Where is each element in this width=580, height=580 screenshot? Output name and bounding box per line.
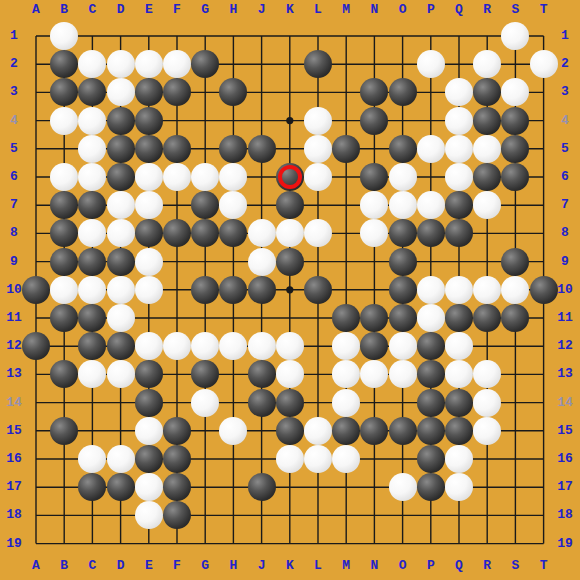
col-label-bottom-S: S [511,559,519,573]
black-stone-Q11 [445,304,473,332]
black-stone-F16 [163,445,191,473]
black-stone-D4 [107,107,135,135]
black-stone-B11 [50,304,78,332]
row-label-right-9: 9 [561,255,569,269]
white-stone-E12 [135,332,163,360]
black-stone-B7 [50,191,78,219]
black-stone-R4 [473,107,501,135]
white-stone-B6 [50,163,78,191]
white-stone-L5 [304,135,332,163]
black-stone-R6 [473,163,501,191]
white-stone-D8 [107,219,135,247]
col-label-top-C: C [88,3,96,17]
black-stone-F15 [163,417,191,445]
col-label-top-N: N [370,3,378,17]
go-board-page: AABBCCDDEEFFGGHHJJKKLLMMNNOOPPQQRRSSTT11… [0,0,580,580]
black-stone-P8 [417,219,445,247]
black-stone-B3 [50,78,78,106]
black-stone-P17 [417,473,445,501]
row-label-right-17: 17 [557,480,573,494]
row-label-left-9: 9 [10,255,18,269]
col-label-top-E: E [145,3,153,17]
white-stone-B1 [50,22,78,50]
white-stone-T2 [530,50,558,78]
col-label-bottom-R: R [483,559,491,573]
black-stone-T10 [530,276,558,304]
black-stone-D17 [107,473,135,501]
black-stone-B15 [50,417,78,445]
col-label-bottom-P: P [427,559,435,573]
white-stone-D2 [107,50,135,78]
black-stone-C7 [78,191,106,219]
white-stone-R10 [473,276,501,304]
black-stone-E13 [135,360,163,388]
col-label-bottom-G: G [201,559,209,573]
row-label-right-19: 19 [557,537,573,551]
black-stone-G10 [191,276,219,304]
last-move-marker [278,165,302,189]
white-stone-E10 [135,276,163,304]
black-stone-O15 [389,417,417,445]
white-stone-D11 [107,304,135,332]
white-stone-K8 [276,219,304,247]
white-stone-S1 [501,22,529,50]
col-label-top-J: J [258,3,266,17]
black-stone-C11 [78,304,106,332]
white-stone-C2 [78,50,106,78]
white-stone-N8 [360,219,388,247]
white-stone-J12 [248,332,276,360]
black-stone-Q7 [445,191,473,219]
white-stone-L8 [304,219,332,247]
row-label-right-6: 6 [561,170,569,184]
col-label-bottom-J: J [258,559,266,573]
black-stone-H5 [219,135,247,163]
white-stone-R5 [473,135,501,163]
black-stone-A12 [22,332,50,360]
col-label-bottom-L: L [314,559,322,573]
white-stone-Q5 [445,135,473,163]
white-stone-Q3 [445,78,473,106]
black-stone-S6 [501,163,529,191]
black-stone-J17 [248,473,276,501]
white-stone-R2 [473,50,501,78]
white-stone-H15 [219,417,247,445]
white-stone-N7 [360,191,388,219]
row-label-left-19: 19 [6,537,22,551]
white-stone-O12 [389,332,417,360]
col-label-bottom-D: D [117,559,125,573]
white-stone-Q17 [445,473,473,501]
col-label-top-B: B [60,3,68,17]
black-stone-H3 [219,78,247,106]
col-label-top-A: A [32,3,40,17]
black-stone-N6 [360,163,388,191]
black-stone-A10 [22,276,50,304]
row-label-left-14: 14 [6,396,22,410]
black-stone-P16 [417,445,445,473]
black-stone-B13 [50,360,78,388]
row-label-left-1: 1 [10,29,18,43]
white-stone-K12 [276,332,304,360]
col-label-top-T: T [540,3,548,17]
white-stone-E15 [135,417,163,445]
black-stone-J10 [248,276,276,304]
black-stone-D5 [107,135,135,163]
black-stone-G2 [191,50,219,78]
white-stone-P10 [417,276,445,304]
white-stone-E9 [135,248,163,276]
black-stone-P12 [417,332,445,360]
col-label-bottom-A: A [32,559,40,573]
white-stone-D10 [107,276,135,304]
black-stone-E14 [135,389,163,417]
row-label-left-7: 7 [10,198,18,212]
black-stone-Q15 [445,417,473,445]
white-stone-D16 [107,445,135,473]
col-label-bottom-K: K [286,559,294,573]
black-stone-C9 [78,248,106,276]
black-stone-J14 [248,389,276,417]
col-label-bottom-Q: Q [455,559,463,573]
row-label-left-8: 8 [10,226,18,240]
black-stone-P14 [417,389,445,417]
black-stone-B2 [50,50,78,78]
black-stone-N4 [360,107,388,135]
row-label-right-18: 18 [557,508,573,522]
col-label-top-H: H [229,3,237,17]
black-stone-J13 [248,360,276,388]
white-stone-O6 [389,163,417,191]
go-board[interactable] [0,0,580,580]
row-label-left-13: 13 [6,367,22,381]
col-label-top-O: O [399,3,407,17]
white-stone-H7 [219,191,247,219]
black-stone-D9 [107,248,135,276]
white-stone-L15 [304,417,332,445]
black-stone-K9 [276,248,304,276]
white-stone-E17 [135,473,163,501]
black-stone-K7 [276,191,304,219]
white-stone-O7 [389,191,417,219]
row-label-left-5: 5 [10,142,18,156]
black-stone-S5 [501,135,529,163]
black-stone-M11 [332,304,360,332]
col-label-top-K: K [286,3,294,17]
black-stone-E5 [135,135,163,163]
black-stone-O11 [389,304,417,332]
col-label-bottom-M: M [342,559,350,573]
black-stone-N3 [360,78,388,106]
white-stone-D7 [107,191,135,219]
black-stone-E4 [135,107,163,135]
white-stone-Q13 [445,360,473,388]
white-stone-O17 [389,473,417,501]
white-stone-O13 [389,360,417,388]
col-label-top-L: L [314,3,322,17]
row-label-left-6: 6 [10,170,18,184]
row-label-left-2: 2 [10,57,18,71]
white-stone-C10 [78,276,106,304]
black-stone-G8 [191,219,219,247]
white-stone-Q12 [445,332,473,360]
black-stone-Q14 [445,389,473,417]
white-stone-R15 [473,417,501,445]
black-stone-N15 [360,417,388,445]
black-stone-C3 [78,78,106,106]
black-stone-S9 [501,248,529,276]
black-stone-D6 [107,163,135,191]
white-stone-M12 [332,332,360,360]
white-stone-G12 [191,332,219,360]
black-stone-Q8 [445,219,473,247]
black-stone-F3 [163,78,191,106]
row-label-right-13: 13 [557,367,573,381]
white-stone-F6 [163,163,191,191]
black-stone-N11 [360,304,388,332]
white-stone-R13 [473,360,501,388]
black-stone-B9 [50,248,78,276]
white-stone-D3 [107,78,135,106]
black-stone-S4 [501,107,529,135]
row-label-left-12: 12 [6,339,22,353]
row-label-right-7: 7 [561,198,569,212]
col-label-bottom-N: N [370,559,378,573]
col-label-bottom-O: O [399,559,407,573]
row-label-right-15: 15 [557,424,573,438]
row-label-left-16: 16 [6,452,22,466]
white-stone-S10 [501,276,529,304]
black-stone-O3 [389,78,417,106]
black-stone-R3 [473,78,501,106]
col-label-bottom-H: H [229,559,237,573]
white-stone-D13 [107,360,135,388]
black-stone-M15 [332,417,360,445]
white-stone-Q4 [445,107,473,135]
black-stone-J5 [248,135,276,163]
white-stone-J8 [248,219,276,247]
col-label-bottom-B: B [60,559,68,573]
col-label-bottom-C: C [88,559,96,573]
row-label-left-15: 15 [6,424,22,438]
white-stone-C5 [78,135,106,163]
white-stone-G14 [191,389,219,417]
white-stone-J9 [248,248,276,276]
black-stone-F18 [163,501,191,529]
white-stone-H6 [219,163,247,191]
white-stone-P5 [417,135,445,163]
white-stone-E6 [135,163,163,191]
black-stone-O10 [389,276,417,304]
white-stone-L16 [304,445,332,473]
white-stone-K16 [276,445,304,473]
white-stone-B4 [50,107,78,135]
col-label-top-M: M [342,3,350,17]
black-stone-B8 [50,219,78,247]
black-stone-O9 [389,248,417,276]
row-label-right-3: 3 [561,85,569,99]
black-stone-N12 [360,332,388,360]
black-stone-P15 [417,417,445,445]
row-label-right-4: 4 [561,114,569,128]
white-stone-P11 [417,304,445,332]
black-stone-O8 [389,219,417,247]
col-label-top-F: F [173,3,181,17]
black-stone-E16 [135,445,163,473]
white-stone-Q6 [445,163,473,191]
black-stone-K6 [276,163,304,191]
black-stone-F8 [163,219,191,247]
row-label-right-12: 12 [557,339,573,353]
black-stone-F5 [163,135,191,163]
black-stone-E3 [135,78,163,106]
black-stone-D12 [107,332,135,360]
white-stone-C13 [78,360,106,388]
col-label-top-D: D [117,3,125,17]
row-label-right-16: 16 [557,452,573,466]
row-label-left-17: 17 [6,480,22,494]
white-stone-E18 [135,501,163,529]
row-label-left-10: 10 [6,283,22,297]
black-stone-G7 [191,191,219,219]
white-stone-E2 [135,50,163,78]
black-stone-S11 [501,304,529,332]
white-stone-E7 [135,191,163,219]
white-stone-Q16 [445,445,473,473]
col-label-top-P: P [427,3,435,17]
white-stone-M16 [332,445,360,473]
black-stone-H10 [219,276,247,304]
white-stone-G6 [191,163,219,191]
white-stone-L6 [304,163,332,191]
white-stone-B10 [50,276,78,304]
row-label-right-11: 11 [557,311,573,325]
black-stone-C17 [78,473,106,501]
row-label-right-8: 8 [561,226,569,240]
row-label-right-1: 1 [561,29,569,43]
row-label-right-10: 10 [557,283,573,297]
white-stone-N13 [360,360,388,388]
black-stone-F17 [163,473,191,501]
row-label-left-3: 3 [10,85,18,99]
white-stone-C6 [78,163,106,191]
white-stone-P7 [417,191,445,219]
white-stone-Q10 [445,276,473,304]
white-stone-R7 [473,191,501,219]
white-stone-K13 [276,360,304,388]
black-stone-H8 [219,219,247,247]
white-stone-C16 [78,445,106,473]
white-stone-L4 [304,107,332,135]
black-stone-K15 [276,417,304,445]
row-label-left-4: 4 [10,114,18,128]
black-stone-R11 [473,304,501,332]
white-stone-S3 [501,78,529,106]
white-stone-R14 [473,389,501,417]
black-stone-P13 [417,360,445,388]
col-label-top-Q: Q [455,3,463,17]
white-stone-C4 [78,107,106,135]
white-stone-H12 [219,332,247,360]
black-stone-E8 [135,219,163,247]
white-stone-M13 [332,360,360,388]
col-label-top-G: G [201,3,209,17]
white-stone-F12 [163,332,191,360]
white-stone-F2 [163,50,191,78]
black-stone-K14 [276,389,304,417]
row-label-right-14: 14 [557,396,573,410]
col-label-bottom-T: T [540,559,548,573]
row-label-left-18: 18 [6,508,22,522]
white-stone-M14 [332,389,360,417]
row-label-right-5: 5 [561,142,569,156]
col-label-top-S: S [511,3,519,17]
col-label-top-R: R [483,3,491,17]
black-stone-O5 [389,135,417,163]
black-stone-L10 [304,276,332,304]
white-stone-C8 [78,219,106,247]
row-label-right-2: 2 [561,57,569,71]
black-stone-G13 [191,360,219,388]
black-stone-C12 [78,332,106,360]
black-stone-M5 [332,135,360,163]
white-stone-P2 [417,50,445,78]
row-label-left-11: 11 [6,311,22,325]
col-label-bottom-E: E [145,559,153,573]
black-stone-L2 [304,50,332,78]
col-label-bottom-F: F [173,559,181,573]
